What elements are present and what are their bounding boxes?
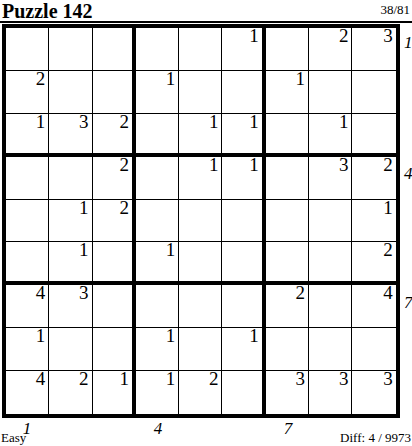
clue-r9c1: 4: [36, 369, 46, 388]
clue-r8c1: 1: [36, 326, 46, 345]
cell-r6c8[interactable]: [309, 242, 352, 285]
cell-r3c7[interactable]: [266, 114, 309, 157]
clue-r3c6: 1: [249, 112, 259, 131]
clue-r2c1: 2: [36, 69, 46, 88]
clue-r9c8: 3: [339, 369, 349, 388]
clue-r7c1: 4: [36, 283, 46, 302]
clue-r4c3: 2: [119, 155, 129, 174]
cell-r3c4[interactable]: [136, 114, 179, 157]
cell-r7c1[interactable]: 4: [6, 285, 49, 328]
cell-r8c3[interactable]: [93, 328, 136, 371]
clue-r9c5: 2: [209, 369, 219, 388]
cell-r1c7[interactable]: [266, 28, 309, 71]
cell-r5c7[interactable]: [266, 200, 309, 243]
cell-r3c3[interactable]: 2: [93, 114, 136, 157]
cell-r2c5[interactable]: [179, 71, 222, 114]
cell-r7c6[interactable]: [222, 285, 265, 328]
cell-r9c5[interactable]: 2: [179, 371, 222, 414]
cell-r2c2[interactable]: [49, 71, 92, 114]
clue-r8c6: 1: [249, 326, 259, 345]
cell-r5c5[interactable]: [179, 200, 222, 243]
cell-r8c9[interactable]: [352, 328, 395, 371]
cell-r5c8[interactable]: [309, 200, 352, 243]
cell-r2c9[interactable]: [352, 71, 395, 114]
clue-r3c8: 1: [339, 112, 349, 131]
cell-r7c9[interactable]: 4: [352, 285, 395, 328]
clue-r4c6: 1: [249, 155, 259, 174]
cell-r8c8[interactable]: [309, 328, 352, 371]
clue-r9c4: 1: [166, 369, 176, 388]
clue-r4c5: 1: [209, 155, 219, 174]
cell-r8c1[interactable]: 1: [6, 328, 49, 371]
clue-r3c1: 1: [36, 112, 46, 131]
clue-r6c4: 1: [166, 240, 176, 259]
clue-r7c2: 3: [79, 283, 89, 302]
cell-r2c7[interactable]: 1: [266, 71, 309, 114]
clue-r3c3: 2: [119, 112, 129, 131]
cell-r4c1[interactable]: [6, 157, 49, 200]
col-label-7: 7: [284, 420, 293, 437]
row-label-7: 7: [404, 294, 412, 311]
cell-r9c1[interactable]: 4: [6, 371, 49, 414]
cell-r9c9[interactable]: 3: [352, 371, 395, 414]
puzzle-page: Puzzle 142 38/81 12321113211121132121112…: [0, 0, 412, 446]
clue-r1c6: 1: [249, 26, 259, 45]
cell-r9c3[interactable]: 1: [93, 371, 136, 414]
cell-r6c3[interactable]: [93, 242, 136, 285]
clue-r9c3: 1: [119, 369, 129, 388]
cell-r3c2[interactable]: 3: [49, 114, 92, 157]
cell-r7c8[interactable]: [309, 285, 352, 328]
cell-r2c4[interactable]: 1: [136, 71, 179, 114]
cell-r5c2[interactable]: 1: [49, 200, 92, 243]
cell-r7c7[interactable]: 2: [266, 285, 309, 328]
cell-r9c2[interactable]: 2: [49, 371, 92, 414]
cell-r9c8[interactable]: 3: [309, 371, 352, 414]
diff-stat-text: Diff: 4 / 9973: [340, 430, 411, 445]
cell-r6c2[interactable]: 1: [49, 242, 92, 285]
cell-r4c7[interactable]: [266, 157, 309, 200]
cell-r2c3[interactable]: [93, 71, 136, 114]
cell-r3c5[interactable]: 1: [179, 114, 222, 157]
cell-r6c4[interactable]: 1: [136, 242, 179, 285]
cell-r6c9[interactable]: 2: [352, 242, 395, 285]
cell-r8c4[interactable]: 1: [136, 328, 179, 371]
header-rule: [0, 21, 412, 23]
cell-r6c5[interactable]: [179, 242, 222, 285]
clue-r8c4: 1: [166, 326, 176, 345]
clue-r6c9: 2: [383, 240, 393, 259]
clue-r4c8: 3: [339, 155, 349, 174]
difficulty-text: Easy: [1, 430, 26, 445]
clue-r7c9: 4: [383, 283, 393, 302]
clue-r5c3: 2: [119, 198, 129, 217]
clue-r3c5: 1: [209, 112, 219, 131]
cell-r4c2[interactable]: [49, 157, 92, 200]
cell-r8c2[interactable]: [49, 328, 92, 371]
cell-r9c4[interactable]: 1: [136, 371, 179, 414]
clue-r1c9: 3: [383, 26, 393, 45]
clue-r5c2: 1: [79, 198, 89, 217]
cell-r1c8[interactable]: 2: [309, 28, 352, 71]
row-label-1: 1: [404, 34, 412, 51]
cell-r4c6[interactable]: 1: [222, 157, 265, 200]
clue-r4c9: 2: [383, 155, 393, 174]
cell-r4c4[interactable]: [136, 157, 179, 200]
cell-r8c5[interactable]: [179, 328, 222, 371]
clue-r5c9: 1: [383, 198, 393, 217]
clue-r9c9: 3: [383, 369, 393, 388]
cell-r5c6[interactable]: [222, 200, 265, 243]
clue-r2c4: 1: [166, 69, 176, 88]
cell-r3c8[interactable]: 1: [309, 114, 352, 157]
clue-r9c7: 3: [296, 369, 306, 388]
cell-r5c4[interactable]: [136, 200, 179, 243]
row-label-4: 4: [404, 165, 412, 182]
clue-counter: 38/81: [380, 3, 410, 16]
page-title: Puzzle 142: [2, 1, 93, 21]
cell-r4c5[interactable]: 1: [179, 157, 222, 200]
cell-r5c9[interactable]: 1: [352, 200, 395, 243]
cell-r9c6[interactable]: [222, 371, 265, 414]
cell-r6c1[interactable]: [6, 242, 49, 285]
col-label-4: 4: [154, 420, 163, 437]
clue-r3c2: 3: [79, 112, 89, 131]
cell-r1c5[interactable]: [179, 28, 222, 71]
cell-r2c6[interactable]: [222, 71, 265, 114]
cell-r4c8[interactable]: 3: [309, 157, 352, 200]
cell-r2c8[interactable]: [309, 71, 352, 114]
cell-r3c1[interactable]: 1: [6, 114, 49, 157]
clue-r1c8: 2: [339, 26, 349, 45]
cell-r3c9[interactable]: [352, 114, 395, 157]
cell-r7c4[interactable]: [136, 285, 179, 328]
cell-r6c6[interactable]: [222, 242, 265, 285]
clue-r2c7: 1: [296, 69, 306, 88]
cell-r2c1[interactable]: 2: [6, 71, 49, 114]
cell-r8c6[interactable]: 1: [222, 328, 265, 371]
cell-r1c9[interactable]: 3: [352, 28, 395, 71]
cell-r1c4[interactable]: [136, 28, 179, 71]
cell-r4c3[interactable]: 2: [93, 157, 136, 200]
cell-r9c7[interactable]: 3: [266, 371, 309, 414]
cell-r8c7[interactable]: [266, 328, 309, 371]
cell-r1c2[interactable]: [49, 28, 92, 71]
cell-r7c2[interactable]: 3: [49, 285, 92, 328]
cell-r1c1[interactable]: [6, 28, 49, 71]
cell-r4c9[interactable]: 2: [352, 157, 395, 200]
cell-r6c7[interactable]: [266, 242, 309, 285]
clue-r6c2: 1: [79, 240, 89, 259]
cell-r1c6[interactable]: 1: [222, 28, 265, 71]
puzzle-grid: 12321113211121132121112432411142112333: [2, 24, 400, 418]
clue-r7c7: 2: [296, 283, 306, 302]
clue-r9c2: 2: [79, 369, 89, 388]
cell-r7c5[interactable]: [179, 285, 222, 328]
cell-r5c1[interactable]: [6, 200, 49, 243]
cell-r1c3[interactable]: [93, 28, 136, 71]
cell-r7c3[interactable]: [93, 285, 136, 328]
cell-r3c6[interactable]: 1: [222, 114, 265, 157]
cell-r5c3[interactable]: 2: [93, 200, 136, 243]
